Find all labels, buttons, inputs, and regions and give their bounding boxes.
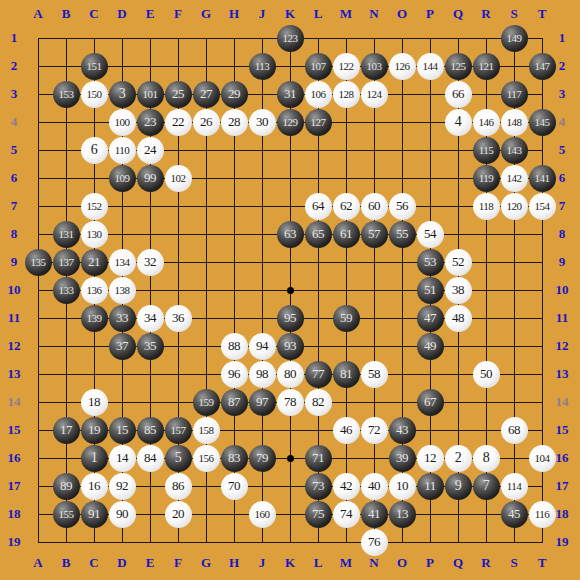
white-stone-D10-move-138: 138 xyxy=(109,277,136,304)
row-label-right-10: 10 xyxy=(551,282,573,298)
black-stone-P14-move-67: 67 xyxy=(417,389,444,416)
row-label-left-18: 18 xyxy=(3,506,25,522)
white-stone-F6-move-102: 102 xyxy=(165,165,192,192)
black-stone-G14-move-159: 159 xyxy=(193,389,220,416)
column-label-top-Q: Q xyxy=(447,6,469,22)
column-label-top-L: L xyxy=(307,6,329,22)
black-stone-G3-move-27: 27 xyxy=(193,81,220,108)
white-stone-D5-move-110: 110 xyxy=(109,137,136,164)
white-stone-K14-move-78: 78 xyxy=(277,389,304,416)
white-stone-N13-move-58: 58 xyxy=(361,361,388,388)
column-label-top-G: G xyxy=(195,6,217,22)
column-label-bottom-C: C xyxy=(83,555,105,571)
column-label-bottom-R: R xyxy=(475,555,497,571)
black-stone-H14-move-87: 87 xyxy=(221,389,248,416)
column-label-top-N: N xyxy=(363,6,385,22)
column-label-bottom-E: E xyxy=(139,555,161,571)
black-stone-K3-move-31: 31 xyxy=(277,81,304,108)
black-stone-C2-move-151: 151 xyxy=(81,53,108,80)
white-stone-M17-move-42: 42 xyxy=(333,473,360,500)
black-stone-K4-move-129: 129 xyxy=(277,109,304,136)
white-stone-J4-move-30: 30 xyxy=(249,109,276,136)
black-stone-T4-move-145: 145 xyxy=(529,109,556,136)
black-stone-D6-move-109: 109 xyxy=(109,165,136,192)
black-stone-S18-move-45: 45 xyxy=(501,501,528,528)
black-stone-J14-move-97: 97 xyxy=(249,389,276,416)
black-stone-C9-move-21: 21 xyxy=(81,249,108,276)
column-label-top-P: P xyxy=(419,6,441,22)
white-stone-L14-move-82: 82 xyxy=(305,389,332,416)
row-label-left-13: 13 xyxy=(3,366,25,382)
white-stone-T16-move-104: 104 xyxy=(529,445,556,472)
row-label-right-19: 19 xyxy=(551,534,573,550)
column-label-bottom-P: P xyxy=(419,555,441,571)
row-label-left-7: 7 xyxy=(3,198,25,214)
black-stone-R2-move-121: 121 xyxy=(473,53,500,80)
column-label-bottom-G: G xyxy=(195,555,217,571)
column-label-bottom-B: B xyxy=(55,555,77,571)
black-stone-D15-move-15: 15 xyxy=(109,417,136,444)
black-stone-B10-move-133: 133 xyxy=(53,277,80,304)
black-stone-P11-move-47: 47 xyxy=(417,305,444,332)
column-label-top-R: R xyxy=(475,6,497,22)
white-stone-Q3-move-66: 66 xyxy=(445,81,472,108)
white-stone-N15-move-72: 72 xyxy=(361,417,388,444)
white-stone-M3-move-128: 128 xyxy=(333,81,360,108)
white-stone-S7-move-120: 120 xyxy=(501,193,528,220)
white-stone-M18-move-74: 74 xyxy=(333,501,360,528)
white-stone-N7-move-60: 60 xyxy=(361,193,388,220)
black-stone-M8-move-61: 61 xyxy=(333,221,360,248)
column-label-bottom-O: O xyxy=(391,555,413,571)
row-label-left-11: 11 xyxy=(3,310,25,326)
white-stone-C17-move-16: 16 xyxy=(81,473,108,500)
white-stone-K13-move-80: 80 xyxy=(277,361,304,388)
white-stone-M7-move-62: 62 xyxy=(333,193,360,220)
white-stone-O7-move-56: 56 xyxy=(389,193,416,220)
go-kifu-diagram: ABCDEFGHJKLMNOPQRST ABCDEFGHJKLMNOPQRST … xyxy=(0,0,580,580)
white-stone-R4-move-146: 146 xyxy=(473,109,500,136)
row-label-right-11: 11 xyxy=(551,310,573,326)
black-stone-J2-move-113: 113 xyxy=(249,53,276,80)
row-label-right-14: 14 xyxy=(551,394,573,410)
white-stone-T7-move-154: 154 xyxy=(529,193,556,220)
white-stone-J13-move-98: 98 xyxy=(249,361,276,388)
star-point-K10 xyxy=(287,287,294,294)
black-stone-C16-move-1: 1 xyxy=(81,445,108,472)
column-label-top-B: B xyxy=(55,6,77,22)
white-stone-N17-move-40: 40 xyxy=(361,473,388,500)
white-stone-H12-move-88: 88 xyxy=(221,333,248,360)
black-stone-L2-move-107: 107 xyxy=(305,53,332,80)
black-stone-E3-move-101: 101 xyxy=(137,81,164,108)
white-stone-D4-move-100: 100 xyxy=(109,109,136,136)
row-label-left-4: 4 xyxy=(3,114,25,130)
black-stone-K1-move-123: 123 xyxy=(277,25,304,52)
row-label-right-13: 13 xyxy=(551,366,573,382)
black-stone-D11-move-33: 33 xyxy=(109,305,136,332)
row-label-left-10: 10 xyxy=(3,282,25,298)
white-stone-H17-move-70: 70 xyxy=(221,473,248,500)
black-stone-L18-move-75: 75 xyxy=(305,501,332,528)
black-stone-P9-move-53: 53 xyxy=(417,249,444,276)
row-label-left-8: 8 xyxy=(3,226,25,242)
black-stone-P10-move-51: 51 xyxy=(417,277,444,304)
white-stone-Q16-move-2: 2 xyxy=(445,445,472,472)
black-stone-N18-move-41: 41 xyxy=(361,501,388,528)
white-stone-G4-move-26: 26 xyxy=(193,109,220,136)
column-label-top-M: M xyxy=(335,6,357,22)
black-stone-P12-move-49: 49 xyxy=(417,333,444,360)
column-label-top-J: J xyxy=(251,6,273,22)
column-label-top-F: F xyxy=(167,6,189,22)
white-stone-Q10-move-38: 38 xyxy=(445,277,472,304)
white-stone-E11-move-34: 34 xyxy=(137,305,164,332)
row-label-right-3: 3 xyxy=(551,86,573,102)
black-stone-L16-move-71: 71 xyxy=(305,445,332,472)
column-label-bottom-F: F xyxy=(167,555,189,571)
row-label-left-2: 2 xyxy=(3,58,25,74)
black-stone-L4-move-127: 127 xyxy=(305,109,332,136)
row-label-right-15: 15 xyxy=(551,422,573,438)
black-stone-B8-move-131: 131 xyxy=(53,221,80,248)
row-label-left-19: 19 xyxy=(3,534,25,550)
black-stone-N8-move-57: 57 xyxy=(361,221,388,248)
black-stone-O16-move-39: 39 xyxy=(389,445,416,472)
column-label-bottom-N: N xyxy=(363,555,385,571)
black-stone-E6-move-99: 99 xyxy=(137,165,164,192)
row-label-left-14: 14 xyxy=(3,394,25,410)
white-stone-O2-move-126: 126 xyxy=(389,53,416,80)
black-stone-R5-move-115: 115 xyxy=(473,137,500,164)
column-label-top-D: D xyxy=(111,6,133,22)
column-label-bottom-T: T xyxy=(531,555,553,571)
column-label-top-E: E xyxy=(139,6,161,22)
white-stone-C14-move-18: 18 xyxy=(81,389,108,416)
black-stone-F15-move-157: 157 xyxy=(165,417,192,444)
row-label-right-8: 8 xyxy=(551,226,573,242)
white-stone-C5-move-6: 6 xyxy=(81,137,108,164)
black-stone-R6-move-119: 119 xyxy=(473,165,500,192)
black-stone-L8-move-65: 65 xyxy=(305,221,332,248)
white-stone-C3-move-150: 150 xyxy=(81,81,108,108)
column-label-top-S: S xyxy=(503,6,525,22)
column-label-bottom-S: S xyxy=(503,555,525,571)
black-stone-O8-move-55: 55 xyxy=(389,221,416,248)
black-stone-H3-move-29: 29 xyxy=(221,81,248,108)
white-stone-F11-move-36: 36 xyxy=(165,305,192,332)
black-stone-E15-move-85: 85 xyxy=(137,417,164,444)
black-stone-M13-move-81: 81 xyxy=(333,361,360,388)
column-label-bottom-J: J xyxy=(251,555,273,571)
black-stone-A9-move-135: 135 xyxy=(25,249,52,276)
white-stone-Q11-move-48: 48 xyxy=(445,305,472,332)
black-stone-N2-move-103: 103 xyxy=(361,53,388,80)
black-stone-T2-move-147: 147 xyxy=(529,53,556,80)
black-stone-S5-move-143: 143 xyxy=(501,137,528,164)
white-stone-C7-move-152: 152 xyxy=(81,193,108,220)
row-label-right-5: 5 xyxy=(551,142,573,158)
white-stone-N19-move-76: 76 xyxy=(361,529,388,556)
black-stone-M11-move-59: 59 xyxy=(333,305,360,332)
black-stone-C18-move-91: 91 xyxy=(81,501,108,528)
black-stone-B3-move-153: 153 xyxy=(53,81,80,108)
white-stone-M15-move-46: 46 xyxy=(333,417,360,444)
column-label-bottom-D: D xyxy=(111,555,133,571)
white-stone-E9-move-32: 32 xyxy=(137,249,164,276)
black-stone-J16-move-79: 79 xyxy=(249,445,276,472)
black-stone-C11-move-139: 139 xyxy=(81,305,108,332)
row-label-left-6: 6 xyxy=(3,170,25,186)
column-label-top-T: T xyxy=(531,6,553,22)
black-stone-C15-move-19: 19 xyxy=(81,417,108,444)
white-stone-R16-move-8: 8 xyxy=(473,445,500,472)
row-label-left-16: 16 xyxy=(3,450,25,466)
white-stone-M2-move-122: 122 xyxy=(333,53,360,80)
white-stone-D18-move-90: 90 xyxy=(109,501,136,528)
column-label-bottom-H: H xyxy=(223,555,245,571)
black-stone-D12-move-37: 37 xyxy=(109,333,136,360)
row-label-left-15: 15 xyxy=(3,422,25,438)
column-label-top-O: O xyxy=(391,6,413,22)
row-label-left-5: 5 xyxy=(3,142,25,158)
white-stone-P8-move-54: 54 xyxy=(417,221,444,248)
column-label-bottom-Q: Q xyxy=(447,555,469,571)
black-stone-H16-move-83: 83 xyxy=(221,445,248,472)
row-label-left-1: 1 xyxy=(3,30,25,46)
black-stone-L13-move-77: 77 xyxy=(305,361,332,388)
white-stone-F4-move-22: 22 xyxy=(165,109,192,136)
column-label-bottom-M: M xyxy=(335,555,357,571)
black-stone-K11-move-95: 95 xyxy=(277,305,304,332)
black-stone-R17-move-7: 7 xyxy=(473,473,500,500)
column-label-top-C: C xyxy=(83,6,105,22)
column-label-top-H: H xyxy=(223,6,245,22)
black-stone-T6-move-141: 141 xyxy=(529,165,556,192)
white-stone-G16-move-156: 156 xyxy=(193,445,220,472)
white-stone-H4-move-28: 28 xyxy=(221,109,248,136)
white-stone-P16-move-12: 12 xyxy=(417,445,444,472)
black-stone-P17-move-11: 11 xyxy=(417,473,444,500)
white-stone-E16-move-84: 84 xyxy=(137,445,164,472)
black-stone-B9-move-137: 137 xyxy=(53,249,80,276)
column-label-top-K: K xyxy=(279,6,301,22)
black-stone-Q2-move-125: 125 xyxy=(445,53,472,80)
white-stone-T18-move-116: 116 xyxy=(529,501,556,528)
black-stone-E4-move-23: 23 xyxy=(137,109,164,136)
white-stone-D17-move-92: 92 xyxy=(109,473,136,500)
row-label-right-1: 1 xyxy=(551,30,573,46)
column-label-bottom-L: L xyxy=(307,555,329,571)
white-stone-R13-move-50: 50 xyxy=(473,361,500,388)
white-stone-N3-move-124: 124 xyxy=(361,81,388,108)
white-stone-R7-move-118: 118 xyxy=(473,193,500,220)
white-stone-H13-move-96: 96 xyxy=(221,361,248,388)
white-stone-Q9-move-52: 52 xyxy=(445,249,472,276)
row-label-left-9: 9 xyxy=(3,254,25,270)
white-stone-F17-move-86: 86 xyxy=(165,473,192,500)
white-stone-S17-move-114: 114 xyxy=(501,473,528,500)
white-stone-C8-move-130: 130 xyxy=(81,221,108,248)
white-stone-S15-move-68: 68 xyxy=(501,417,528,444)
row-label-left-17: 17 xyxy=(3,478,25,494)
black-stone-B17-move-89: 89 xyxy=(53,473,80,500)
white-stone-D9-move-134: 134 xyxy=(109,249,136,276)
white-stone-E5-move-24: 24 xyxy=(137,137,164,164)
black-stone-K12-move-93: 93 xyxy=(277,333,304,360)
white-stone-L3-move-106: 106 xyxy=(305,81,332,108)
black-stone-E12-move-35: 35 xyxy=(137,333,164,360)
black-stone-B18-move-155: 155 xyxy=(53,501,80,528)
white-stone-G15-move-158: 158 xyxy=(193,417,220,444)
white-stone-J12-move-94: 94 xyxy=(249,333,276,360)
white-stone-P2-move-144: 144 xyxy=(417,53,444,80)
white-stone-O17-move-10: 10 xyxy=(389,473,416,500)
row-label-right-9: 9 xyxy=(551,254,573,270)
black-stone-B15-move-17: 17 xyxy=(53,417,80,444)
column-label-bottom-K: K xyxy=(279,555,301,571)
black-stone-O18-move-13: 13 xyxy=(389,501,416,528)
black-stone-K8-move-63: 63 xyxy=(277,221,304,248)
black-stone-F3-move-25: 25 xyxy=(165,81,192,108)
black-stone-F16-move-5: 5 xyxy=(165,445,192,472)
white-stone-Q4-move-4: 4 xyxy=(445,109,472,136)
star-point-K16 xyxy=(287,455,294,462)
white-stone-C10-move-136: 136 xyxy=(81,277,108,304)
white-stone-D16-move-14: 14 xyxy=(109,445,136,472)
black-stone-D3-move-3: 3 xyxy=(109,81,136,108)
column-label-top-A: A xyxy=(27,6,49,22)
white-stone-S6-move-142: 142 xyxy=(501,165,528,192)
black-stone-L17-move-73: 73 xyxy=(305,473,332,500)
black-stone-O15-move-43: 43 xyxy=(389,417,416,444)
white-stone-S4-move-148: 148 xyxy=(501,109,528,136)
white-stone-L7-move-64: 64 xyxy=(305,193,332,220)
row-label-left-12: 12 xyxy=(3,338,25,354)
black-stone-S3-move-117: 117 xyxy=(501,81,528,108)
row-label-left-3: 3 xyxy=(3,86,25,102)
row-label-right-12: 12 xyxy=(551,338,573,354)
white-stone-F18-move-20: 20 xyxy=(165,501,192,528)
column-label-bottom-A: A xyxy=(27,555,49,571)
black-stone-Q17-move-9: 9 xyxy=(445,473,472,500)
white-stone-J18-move-160: 160 xyxy=(249,501,276,528)
black-stone-S1-move-149: 149 xyxy=(501,25,528,52)
row-label-right-17: 17 xyxy=(551,478,573,494)
